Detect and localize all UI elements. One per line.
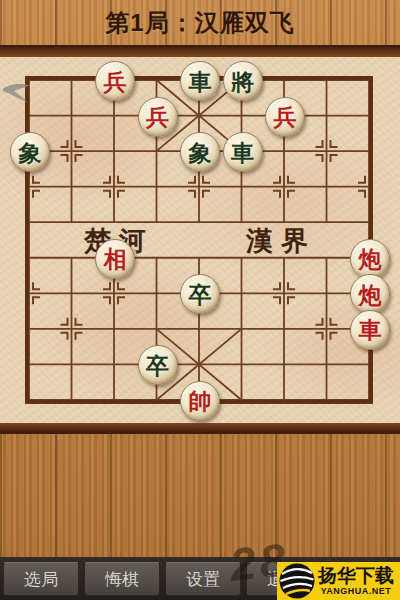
app-screen: { "game": "xiangqi", "header": { "title"… <box>0 0 400 600</box>
piece-character: 相 <box>104 247 127 270</box>
piece-red-炮[interactable]: 炮 <box>350 274 390 314</box>
watermark-title: 扬华下载 <box>318 566 394 586</box>
piece-character: 車 <box>189 70 212 93</box>
piece-character: 車 <box>231 141 254 164</box>
piece-character: 帥 <box>189 389 212 412</box>
yanghua-logo-icon <box>278 562 316 600</box>
piece-character: 將 <box>231 70 254 93</box>
piece-character: 炮 <box>359 283 382 306</box>
board-frame-top-edge <box>0 45 400 57</box>
piece-red-相[interactable]: 相 <box>95 239 135 279</box>
xiangqi-board[interactable]: 楚河 漢界 兵車將兵兵象象車相炮卒炮車卒帥 <box>0 57 400 423</box>
piece-black-卒[interactable]: 卒 <box>138 345 178 385</box>
piece-character: 兵 <box>274 105 297 128</box>
piece-red-帥[interactable]: 帥 <box>180 381 220 421</box>
piece-red-兵[interactable]: 兵 <box>138 97 178 137</box>
piece-red-兵[interactable]: 兵 <box>265 97 305 137</box>
piece-character: 象 <box>189 141 212 164</box>
piece-black-象[interactable]: 象 <box>180 132 220 172</box>
piece-character: 車 <box>359 318 382 341</box>
watermark-subtitle: YANGHUA.NET <box>321 586 392 596</box>
yanghua-watermark: 扬华下载 YANGHUA.NET <box>277 562 400 600</box>
piece-character: 炮 <box>359 247 382 270</box>
piece-red-兵[interactable]: 兵 <box>95 61 135 101</box>
toolbar-button-选局[interactable]: 选局 <box>3 562 79 596</box>
piece-character: 兵 <box>104 70 127 93</box>
board-frame-bottom-edge <box>0 423 400 434</box>
piece-black-將[interactable]: 將 <box>223 61 263 101</box>
piece-black-卒[interactable]: 卒 <box>180 274 220 314</box>
piece-black-車[interactable]: 車 <box>223 132 263 172</box>
piece-character: 象 <box>19 141 42 164</box>
piece-character: 兵 <box>146 105 169 128</box>
piece-black-車[interactable]: 車 <box>180 61 220 101</box>
piece-black-象[interactable]: 象 <box>10 132 50 172</box>
piece-character: 卒 <box>146 354 169 377</box>
piece-red-車[interactable]: 車 <box>350 310 390 350</box>
toolbar-button-悔棋[interactable]: 悔棋 <box>84 562 160 596</box>
puzzle-title: 第1局：汉雁双飞 <box>0 7 400 39</box>
piece-layer: 兵車將兵兵象象車相炮卒炮車卒帥 <box>0 57 400 423</box>
watermark-texts: 扬华下载 YANGHUA.NET <box>318 566 394 596</box>
piece-red-炮[interactable]: 炮 <box>350 239 390 279</box>
piece-character: 卒 <box>189 283 212 306</box>
